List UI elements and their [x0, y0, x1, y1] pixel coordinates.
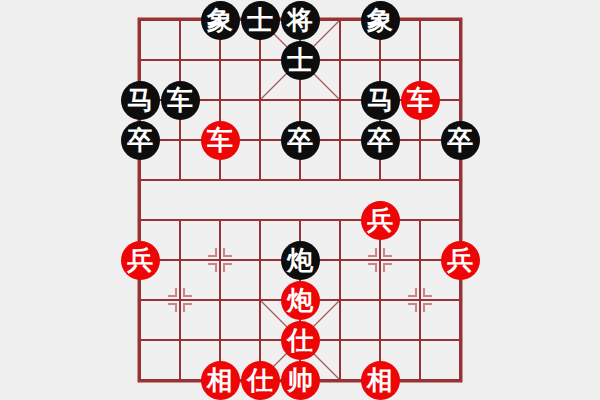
piece-red-pawn[interactable]: 兵	[441, 241, 480, 280]
piece-black-general[interactable]: 将	[281, 1, 320, 40]
piece-black-pawn[interactable]: 卒	[281, 121, 320, 160]
piece-black-horse[interactable]: 马	[121, 81, 160, 120]
piece-red-general[interactable]: 帅	[281, 361, 320, 400]
piece-red-cannon[interactable]: 炮	[281, 281, 320, 320]
piece-red-advisor[interactable]: 仕	[281, 321, 320, 360]
piece-red-advisor[interactable]: 仕	[241, 361, 280, 400]
piece-red-pawn[interactable]: 兵	[121, 241, 160, 280]
piece-black-pawn[interactable]: 卒	[361, 121, 400, 160]
piece-red-pawn[interactable]: 兵	[361, 201, 400, 240]
piece-black-cannon[interactable]: 炮	[281, 241, 320, 280]
piece-black-elephant[interactable]: 象	[361, 1, 400, 40]
xiangqi-pieces-layer: 象士将象士马车马车卒车卒卒卒兵兵炮兵炮仕相仕帅相	[120, 0, 480, 400]
piece-black-horse[interactable]: 马	[361, 81, 400, 120]
piece-black-advisor[interactable]: 士	[241, 1, 280, 40]
piece-black-pawn[interactable]: 卒	[441, 121, 480, 160]
piece-black-elephant[interactable]: 象	[201, 1, 240, 40]
piece-red-elephant[interactable]: 相	[201, 361, 240, 400]
piece-red-elephant[interactable]: 相	[361, 361, 400, 400]
piece-black-pawn[interactable]: 卒	[121, 121, 160, 160]
piece-black-chariot[interactable]: 车	[161, 81, 200, 120]
xiangqi-board-screen: 象士将象士马车马车卒车卒卒卒兵兵炮兵炮仕相仕帅相	[0, 0, 600, 400]
piece-red-chariot[interactable]: 车	[201, 121, 240, 160]
piece-black-advisor[interactable]: 士	[281, 41, 320, 80]
piece-red-chariot[interactable]: 车	[401, 81, 440, 120]
